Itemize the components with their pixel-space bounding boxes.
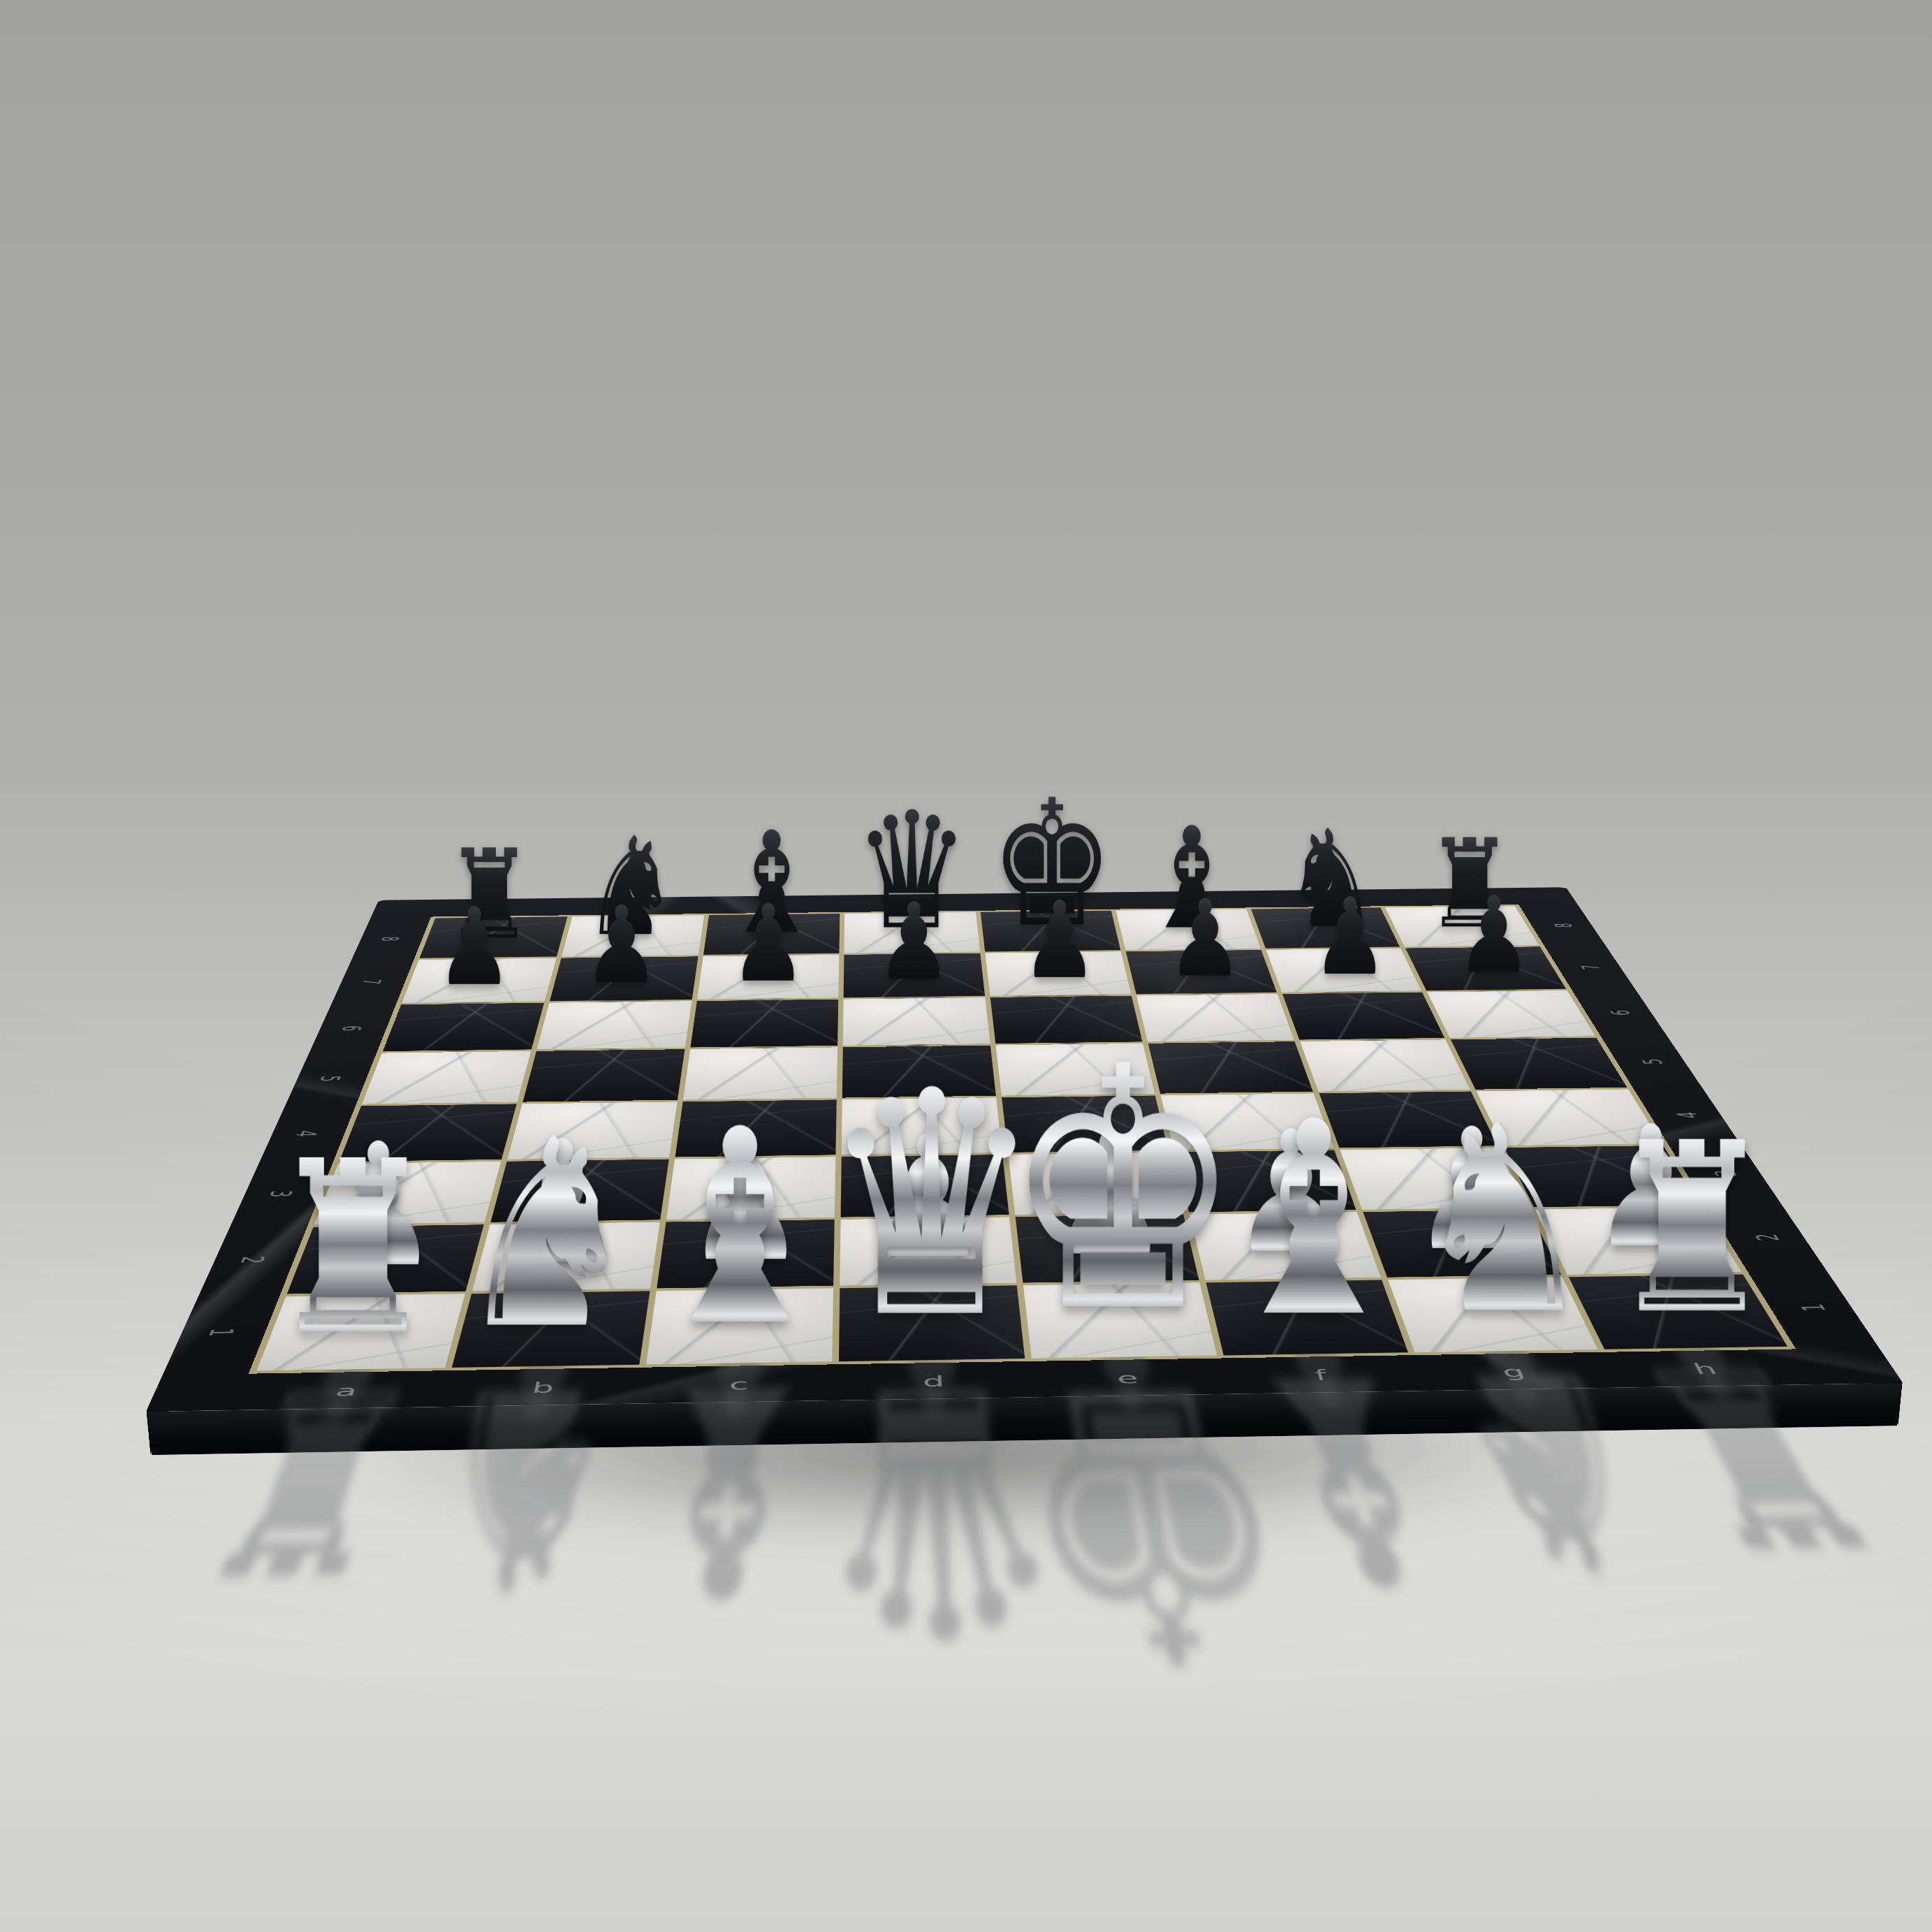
rank-label-5: 5 [248,1071,411,1086]
rank-label-5: 5 [1572,1054,1734,1069]
rank-label-7: 7 [296,975,446,988]
rank-label-7: 7 [1517,961,1665,974]
studio-backdrop: ♜♜♞♞♝♝♛♛♚♚♝♝♞♞♜♜♟♟♟♟♟♟♟♟♟♟♟♟♟♟♟♟♟♟♟♟♟♟♟♟… [0,0,1932,1932]
square-a1[interactable]: ♜♜ [256,1294,464,1370]
rank-label-6: 6 [273,1021,429,1035]
chess-board: ♜♜♞♞♝♝♛♛♚♚♝♝♞♞♜♜♟♟♟♟♟♟♟♟♟♟♟♟♟♟♟♟♟♟♟♟♟♟♟♟… [146,887,1903,1412]
rank-label-6: 6 [1544,1006,1698,1020]
rank-label-8: 8 [1493,919,1635,931]
rank-label-8: 8 [318,932,462,944]
board-grid: ♜♜♞♞♝♝♛♛♚♚♝♝♞♞♜♜♟♟♟♟♟♟♟♟♟♟♟♟♟♟♟♟♟♟♟♟♟♟♟♟… [249,905,1796,1374]
file-label-g: g [1414,1361,1613,1383]
white-rook-a1[interactable]: ♜ [204,1136,502,1363]
square-b6[interactable] [536,1001,691,1049]
file-label-b: b [442,1377,642,1399]
square-c6[interactable] [690,1000,838,1048]
file-label-c: c [640,1373,837,1395]
perspective-scene: ♜♜♞♞♝♝♛♛♚♚♝♝♞♞♜♜♟♟♟♟♟♟♟♟♟♟♟♟♟♟♟♟♟♟♟♟♟♟♟♟… [0,0,1932,1932]
